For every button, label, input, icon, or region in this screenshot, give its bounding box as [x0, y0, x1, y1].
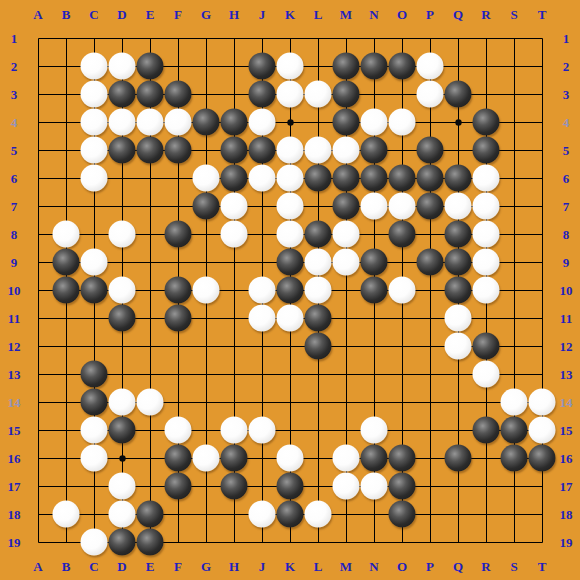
row-label-left-4: 4 [11, 116, 18, 129]
white-stone-J15[interactable] [249, 417, 276, 444]
black-stone-N2[interactable] [361, 53, 388, 80]
white-stone-D8[interactable] [109, 221, 136, 248]
row-label-right-11: 11 [560, 312, 572, 325]
row-label-right-13: 13 [560, 368, 573, 381]
black-stone-O17[interactable] [389, 473, 416, 500]
white-stone-C3[interactable] [81, 81, 108, 108]
row-label-right-4: 4 [563, 116, 570, 129]
black-stone-D5[interactable] [109, 137, 136, 164]
col-label-bottom-F: F [174, 560, 182, 573]
black-stone-N6[interactable] [361, 165, 388, 192]
row-label-left-16: 16 [8, 452, 21, 465]
col-label-top-G: G [201, 8, 211, 21]
white-stone-R6[interactable] [473, 165, 500, 192]
black-stone-N16[interactable] [361, 445, 388, 472]
row-label-left-10: 10 [8, 284, 21, 297]
white-stone-B8[interactable] [53, 221, 80, 248]
row-label-left-3: 3 [11, 88, 18, 101]
col-label-bottom-A: A [33, 560, 42, 573]
col-label-bottom-M: M [340, 560, 352, 573]
col-label-top-Q: Q [453, 8, 463, 21]
row-label-left-7: 7 [11, 200, 18, 213]
white-stone-J6[interactable] [249, 165, 276, 192]
white-stone-O7[interactable] [389, 193, 416, 220]
white-stone-C6[interactable] [81, 165, 108, 192]
row-label-right-6: 6 [563, 172, 570, 185]
black-stone-E3[interactable] [137, 81, 164, 108]
white-stone-C2[interactable] [81, 53, 108, 80]
white-stone-C15[interactable] [81, 417, 108, 444]
black-stone-P6[interactable] [417, 165, 444, 192]
row-label-right-5: 5 [563, 144, 570, 157]
star-point [287, 119, 293, 125]
black-stone-T16[interactable] [529, 445, 556, 472]
white-stone-S14[interactable] [501, 389, 528, 416]
white-stone-L5[interactable] [305, 137, 332, 164]
black-stone-F8[interactable] [165, 221, 192, 248]
row-label-right-2: 2 [563, 60, 570, 73]
black-stone-H5[interactable] [221, 137, 248, 164]
black-stone-F17[interactable] [165, 473, 192, 500]
white-stone-D10[interactable] [109, 277, 136, 304]
col-label-bottom-T: T [538, 560, 547, 573]
row-label-left-17: 17 [8, 480, 21, 493]
row-label-right-7: 7 [563, 200, 570, 213]
black-stone-B10[interactable] [53, 277, 80, 304]
row-label-left-1: 1 [11, 32, 18, 45]
col-label-bottom-R: R [481, 560, 490, 573]
col-label-top-T: T [538, 8, 547, 21]
white-stone-D17[interactable] [109, 473, 136, 500]
black-stone-O2[interactable] [389, 53, 416, 80]
white-stone-J4[interactable] [249, 109, 276, 136]
white-stone-D2[interactable] [109, 53, 136, 80]
white-stone-C19[interactable] [81, 529, 108, 556]
white-stone-K5[interactable] [277, 137, 304, 164]
white-stone-T14[interactable] [529, 389, 556, 416]
col-label-bottom-O: O [397, 560, 407, 573]
black-stone-E19[interactable] [137, 529, 164, 556]
col-label-top-H: H [229, 8, 239, 21]
black-stone-Q9[interactable] [445, 249, 472, 276]
black-stone-P9[interactable] [417, 249, 444, 276]
black-stone-M4[interactable] [333, 109, 360, 136]
white-stone-P3[interactable] [417, 81, 444, 108]
black-stone-S15[interactable] [501, 417, 528, 444]
black-stone-P5[interactable] [417, 137, 444, 164]
white-stone-K8[interactable] [277, 221, 304, 248]
black-stone-H17[interactable] [221, 473, 248, 500]
black-stone-H6[interactable] [221, 165, 248, 192]
row-label-left-18: 18 [8, 508, 21, 521]
black-stone-F11[interactable] [165, 305, 192, 332]
white-stone-R10[interactable] [473, 277, 500, 304]
black-stone-L11[interactable] [305, 305, 332, 332]
black-stone-K17[interactable] [277, 473, 304, 500]
col-label-bottom-L: L [314, 560, 323, 573]
white-stone-F4[interactable] [165, 109, 192, 136]
white-stone-D14[interactable] [109, 389, 136, 416]
row-label-left-6: 6 [11, 172, 18, 185]
black-stone-K10[interactable] [277, 277, 304, 304]
row-label-right-12: 12 [560, 340, 573, 353]
col-label-bottom-K: K [285, 560, 295, 573]
row-label-right-17: 17 [560, 480, 573, 493]
white-stone-N4[interactable] [361, 109, 388, 136]
black-stone-O6[interactable] [389, 165, 416, 192]
col-label-top-C: C [89, 8, 98, 21]
row-label-left-15: 15 [8, 424, 21, 437]
black-stone-P7[interactable] [417, 193, 444, 220]
white-stone-J18[interactable] [249, 501, 276, 528]
col-label-bottom-S: S [510, 560, 517, 573]
col-label-top-S: S [510, 8, 517, 21]
col-label-top-R: R [481, 8, 490, 21]
black-stone-F16[interactable] [165, 445, 192, 472]
white-stone-G16[interactable] [193, 445, 220, 472]
white-stone-K6[interactable] [277, 165, 304, 192]
white-stone-N7[interactable] [361, 193, 388, 220]
black-stone-C14[interactable] [81, 389, 108, 416]
white-stone-J11[interactable] [249, 305, 276, 332]
white-stone-Q11[interactable] [445, 305, 472, 332]
black-stone-Q8[interactable] [445, 221, 472, 248]
black-stone-M2[interactable] [333, 53, 360, 80]
black-stone-E5[interactable] [137, 137, 164, 164]
row-label-left-12: 12 [8, 340, 21, 353]
black-stone-J5[interactable] [249, 137, 276, 164]
white-stone-K2[interactable] [277, 53, 304, 80]
row-label-right-10: 10 [560, 284, 573, 297]
black-stone-R5[interactable] [473, 137, 500, 164]
white-stone-L3[interactable] [305, 81, 332, 108]
black-stone-L8[interactable] [305, 221, 332, 248]
row-label-left-13: 13 [8, 368, 21, 381]
white-stone-M5[interactable] [333, 137, 360, 164]
white-stone-L18[interactable] [305, 501, 332, 528]
row-label-left-14: 14 [8, 396, 21, 409]
black-stone-M3[interactable] [333, 81, 360, 108]
black-stone-O8[interactable] [389, 221, 416, 248]
black-stone-E18[interactable] [137, 501, 164, 528]
black-stone-R4[interactable] [473, 109, 500, 136]
col-label-top-B: B [62, 8, 71, 21]
row-label-right-18: 18 [560, 508, 573, 521]
white-stone-N17[interactable] [361, 473, 388, 500]
col-label-bottom-N: N [369, 560, 378, 573]
col-label-top-F: F [174, 8, 182, 21]
col-label-top-M: M [340, 8, 352, 21]
black-stone-Q6[interactable] [445, 165, 472, 192]
white-stone-H15[interactable] [221, 417, 248, 444]
row-label-right-15: 15 [560, 424, 573, 437]
black-stone-E2[interactable] [137, 53, 164, 80]
row-label-right-14: 14 [560, 396, 573, 409]
black-stone-M6[interactable] [333, 165, 360, 192]
black-stone-C13[interactable] [81, 361, 108, 388]
black-stone-D3[interactable] [109, 81, 136, 108]
white-stone-L10[interactable] [305, 277, 332, 304]
white-stone-J10[interactable] [249, 277, 276, 304]
col-label-bottom-H: H [229, 560, 239, 573]
black-stone-L12[interactable] [305, 333, 332, 360]
black-stone-Q3[interactable] [445, 81, 472, 108]
black-stone-R15[interactable] [473, 417, 500, 444]
white-stone-R8[interactable] [473, 221, 500, 248]
col-label-bottom-G: G [201, 560, 211, 573]
black-stone-N9[interactable] [361, 249, 388, 276]
black-stone-M7[interactable] [333, 193, 360, 220]
col-label-bottom-J: J [259, 560, 266, 573]
black-stone-F3[interactable] [165, 81, 192, 108]
black-stone-N5[interactable] [361, 137, 388, 164]
white-stone-M17[interactable] [333, 473, 360, 500]
black-stone-D11[interactable] [109, 305, 136, 332]
black-stone-R12[interactable] [473, 333, 500, 360]
black-stone-D19[interactable] [109, 529, 136, 556]
black-stone-B9[interactable] [53, 249, 80, 276]
col-label-top-E: E [146, 8, 155, 21]
white-stone-H8[interactable] [221, 221, 248, 248]
row-label-right-3: 3 [563, 88, 570, 101]
white-stone-K16[interactable] [277, 445, 304, 472]
col-label-top-D: D [117, 8, 126, 21]
black-stone-L6[interactable] [305, 165, 332, 192]
white-stone-Q12[interactable] [445, 333, 472, 360]
white-stone-O4[interactable] [389, 109, 416, 136]
row-label-left-2: 2 [11, 60, 18, 73]
col-label-top-J: J [259, 8, 266, 21]
row-label-right-19: 19 [560, 536, 573, 549]
col-label-bottom-C: C [89, 560, 98, 573]
col-label-bottom-E: E [146, 560, 155, 573]
col-label-top-L: L [314, 8, 323, 21]
row-label-right-1: 1 [563, 32, 570, 45]
black-stone-G7[interactable] [193, 193, 220, 220]
col-label-top-O: O [397, 8, 407, 21]
white-stone-D18[interactable] [109, 501, 136, 528]
black-stone-S16[interactable] [501, 445, 528, 472]
row-label-left-19: 19 [8, 536, 21, 549]
col-label-bottom-Q: Q [453, 560, 463, 573]
white-stone-E4[interactable] [137, 109, 164, 136]
col-label-top-A: A [33, 8, 42, 21]
black-stone-C10[interactable] [81, 277, 108, 304]
row-label-left-5: 5 [11, 144, 18, 157]
row-label-left-11: 11 [8, 312, 20, 325]
black-stone-F10[interactable] [165, 277, 192, 304]
white-stone-N15[interactable] [361, 417, 388, 444]
white-stone-K3[interactable] [277, 81, 304, 108]
white-stone-M8[interactable] [333, 221, 360, 248]
white-stone-T15[interactable] [529, 417, 556, 444]
white-stone-K11[interactable] [277, 305, 304, 332]
white-stone-C4[interactable] [81, 109, 108, 136]
white-stone-Q7[interactable] [445, 193, 472, 220]
black-stone-K18[interactable] [277, 501, 304, 528]
white-stone-L9[interactable] [305, 249, 332, 276]
row-label-right-9: 9 [563, 256, 570, 269]
black-stone-K9[interactable] [277, 249, 304, 276]
white-stone-G10[interactable] [193, 277, 220, 304]
col-label-top-N: N [369, 8, 378, 21]
go-board: AABBCCDDEEFFGGHHJJKKLLMMNNOOPPQQRRSSTT11… [0, 0, 580, 580]
star-point [119, 455, 125, 461]
black-stone-F5[interactable] [165, 137, 192, 164]
col-label-top-K: K [285, 8, 295, 21]
black-stone-H16[interactable] [221, 445, 248, 472]
white-stone-F15[interactable] [165, 417, 192, 444]
black-stone-O16[interactable] [389, 445, 416, 472]
white-stone-E14[interactable] [137, 389, 164, 416]
white-stone-H7[interactable] [221, 193, 248, 220]
col-label-bottom-B: B [62, 560, 71, 573]
row-label-right-16: 16 [560, 452, 573, 465]
black-stone-H4[interactable] [221, 109, 248, 136]
black-stone-Q10[interactable] [445, 277, 472, 304]
row-label-right-8: 8 [563, 228, 570, 241]
col-label-bottom-P: P [426, 560, 434, 573]
col-label-bottom-D: D [117, 560, 126, 573]
white-stone-M16[interactable] [333, 445, 360, 472]
white-stone-R7[interactable] [473, 193, 500, 220]
black-stone-N10[interactable] [361, 277, 388, 304]
black-stone-G4[interactable] [193, 109, 220, 136]
black-stone-D15[interactable] [109, 417, 136, 444]
white-stone-R13[interactable] [473, 361, 500, 388]
black-stone-Q16[interactable] [445, 445, 472, 472]
row-label-left-8: 8 [11, 228, 18, 241]
white-stone-O10[interactable] [389, 277, 416, 304]
white-stone-G6[interactable] [193, 165, 220, 192]
star-point [455, 119, 461, 125]
white-stone-K7[interactable] [277, 193, 304, 220]
black-stone-J2[interactable] [249, 53, 276, 80]
white-stone-P2[interactable] [417, 53, 444, 80]
white-stone-M9[interactable] [333, 249, 360, 276]
white-stone-B18[interactable] [53, 501, 80, 528]
white-stone-D4[interactable] [109, 109, 136, 136]
black-stone-O18[interactable] [389, 501, 416, 528]
white-stone-C5[interactable] [81, 137, 108, 164]
white-stone-R9[interactable] [473, 249, 500, 276]
row-label-left-9: 9 [11, 256, 18, 269]
col-label-top-P: P [426, 8, 434, 21]
black-stone-J3[interactable] [249, 81, 276, 108]
white-stone-C9[interactable] [81, 249, 108, 276]
white-stone-C16[interactable] [81, 445, 108, 472]
